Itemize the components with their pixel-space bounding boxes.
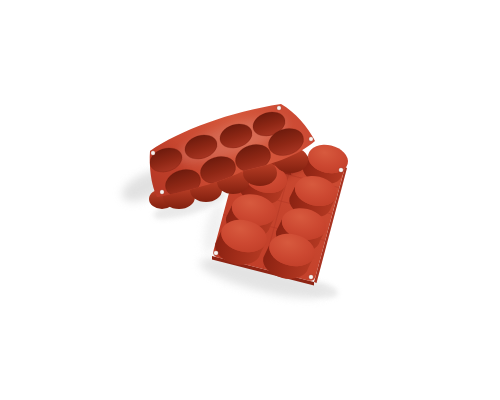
- product-photo-canvas: Two views of a terracotta-red silicone b…: [0, 0, 500, 400]
- corner-pinhole: [309, 275, 314, 280]
- corner-pinhole: [339, 168, 344, 173]
- corner-pinhole: [151, 151, 155, 155]
- corner-pinhole: [214, 251, 219, 256]
- corner-pinhole: [277, 106, 281, 110]
- corner-pinhole: [160, 190, 164, 194]
- corner-pinhole: [309, 137, 313, 141]
- product-photo: Two views of a terracotta-red silicone b…: [0, 0, 500, 400]
